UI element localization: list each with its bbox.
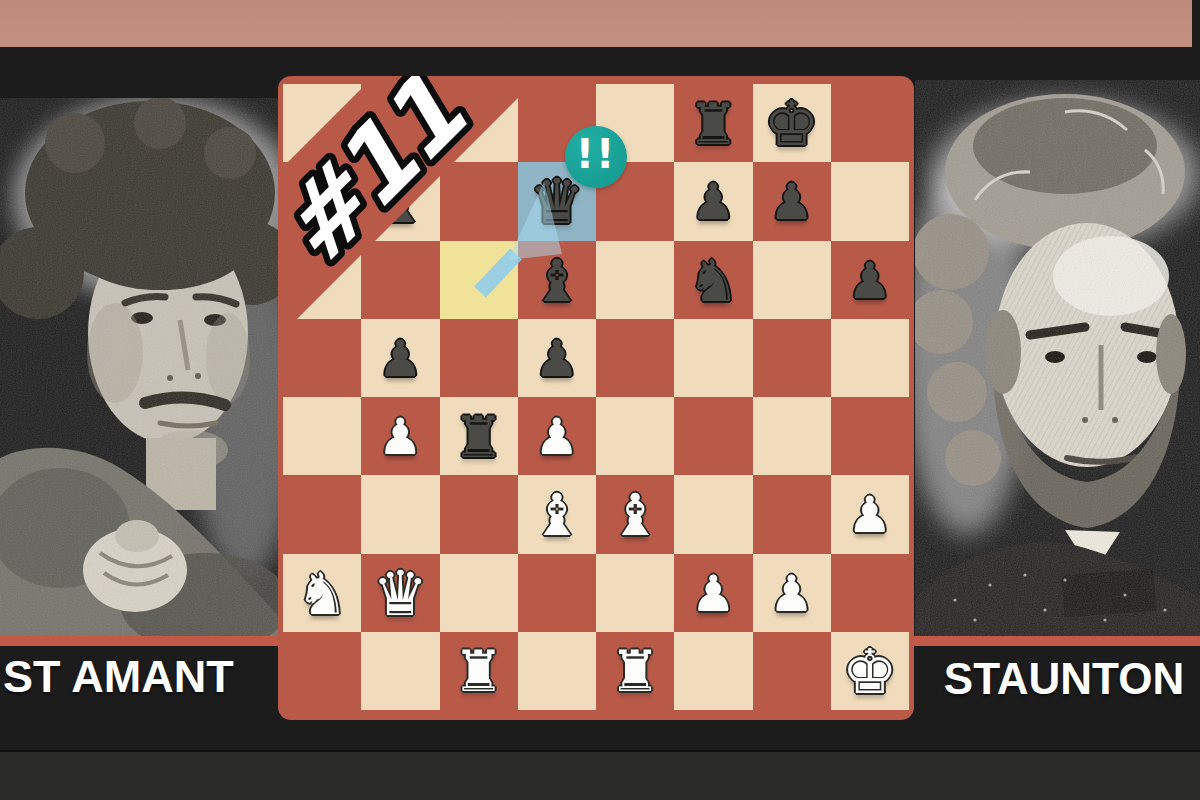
square-g6 — [753, 241, 831, 319]
square-a4 — [283, 397, 361, 475]
square-f2: ♟ — [674, 554, 752, 632]
square-f8: ♜ — [674, 84, 752, 162]
square-e4 — [596, 397, 674, 475]
square-f5 — [674, 319, 752, 397]
square-e2 — [596, 554, 674, 632]
black-pawn-g7: ♟ — [769, 177, 814, 227]
white-pawn-g2: ♟ — [769, 569, 814, 619]
white-pawn-d4: ♟ — [534, 412, 579, 462]
square-b3 — [361, 475, 439, 553]
black-knight-f6: ♞ — [687, 252, 739, 310]
white-pawn-f2: ♟ — [691, 569, 736, 619]
white-pawn-h3: ♟ — [847, 490, 892, 540]
square-b6 — [361, 241, 439, 319]
square-d5: ♟ — [518, 319, 596, 397]
portrait-st-amant — [0, 98, 282, 636]
square-f7: ♟ — [674, 162, 752, 240]
square-f3 — [674, 475, 752, 553]
square-c7 — [440, 162, 518, 240]
square-g5 — [753, 319, 831, 397]
square-f4 — [674, 397, 752, 475]
black-pawn-b5: ♟ — [378, 334, 423, 384]
chess-board: ♜♚♝♛♟♟♝♞♟♟♟♟♜♟♝♝♟♞♛♟♟♜♜♚ #11 !! — [278, 76, 914, 720]
square-d6: ♝ — [518, 241, 596, 319]
white-queen-b2: ♛ — [373, 563, 429, 625]
black-king-g8: ♚ — [764, 93, 820, 155]
white-bishop-d3: ♝ — [531, 486, 583, 544]
black-bishop-d6: ♝ — [531, 252, 583, 310]
square-c3 — [440, 475, 518, 553]
square-b4: ♟ — [361, 397, 439, 475]
square-c4: ♜ — [440, 397, 518, 475]
square-g7: ♟ — [753, 162, 831, 240]
square-a1 — [283, 632, 361, 710]
square-c6 — [440, 241, 518, 319]
square-d1 — [518, 632, 596, 710]
black-rook-c4: ♜ — [453, 409, 504, 466]
square-c1: ♜ — [440, 632, 518, 710]
square-e3: ♝ — [596, 475, 674, 553]
portrait-staunton — [915, 80, 1200, 636]
square-f1 — [674, 632, 752, 710]
top-color-bar — [0, 0, 1192, 47]
square-d4: ♟ — [518, 397, 596, 475]
square-b5: ♟ — [361, 319, 439, 397]
square-f6: ♞ — [674, 241, 752, 319]
player-name-right: STAUNTON — [930, 654, 1198, 704]
black-pawn-h6: ♟ — [847, 256, 892, 306]
square-c5 — [440, 319, 518, 397]
square-g8: ♚ — [753, 84, 831, 162]
square-g3 — [753, 475, 831, 553]
black-pawn-f7: ♟ — [691, 177, 736, 227]
square-c2 — [440, 554, 518, 632]
thumbnail-canvas: { "game": "chess", "banner": { "label": … — [0, 0, 1200, 800]
player-name-left: ST AMANT — [3, 651, 234, 703]
square-h1: ♚ — [831, 632, 909, 710]
square-h3: ♟ — [831, 475, 909, 553]
square-g2: ♟ — [753, 554, 831, 632]
square-h7 — [831, 162, 909, 240]
square-e5 — [596, 319, 674, 397]
square-g1 — [753, 632, 831, 710]
square-a2: ♞ — [283, 554, 361, 632]
brilliant-move-glyph: !! — [576, 131, 616, 177]
square-e1: ♜ — [596, 632, 674, 710]
white-rook-e1: ♜ — [610, 643, 661, 700]
square-b2: ♛ — [361, 554, 439, 632]
square-d2 — [518, 554, 596, 632]
black-pawn-d5: ♟ — [534, 334, 579, 384]
square-a5 — [283, 319, 361, 397]
square-h6: ♟ — [831, 241, 909, 319]
white-king-h1: ♚ — [842, 641, 898, 703]
square-a3 — [283, 475, 361, 553]
square-d3: ♝ — [518, 475, 596, 553]
brilliant-move-badge: !! — [565, 126, 627, 188]
square-g4 — [753, 397, 831, 475]
white-bishop-e3: ♝ — [609, 486, 661, 544]
square-h2 — [831, 554, 909, 632]
white-rook-c1: ♜ — [453, 643, 504, 700]
square-h5 — [831, 319, 909, 397]
black-rook-f8: ♜ — [688, 96, 739, 153]
bottom-band — [0, 750, 1200, 800]
square-h8 — [831, 84, 909, 162]
white-pawn-b4: ♟ — [378, 412, 423, 462]
white-knight-a2: ♞ — [296, 565, 348, 623]
square-h4 — [831, 397, 909, 475]
square-e6 — [596, 241, 674, 319]
square-b1 — [361, 632, 439, 710]
